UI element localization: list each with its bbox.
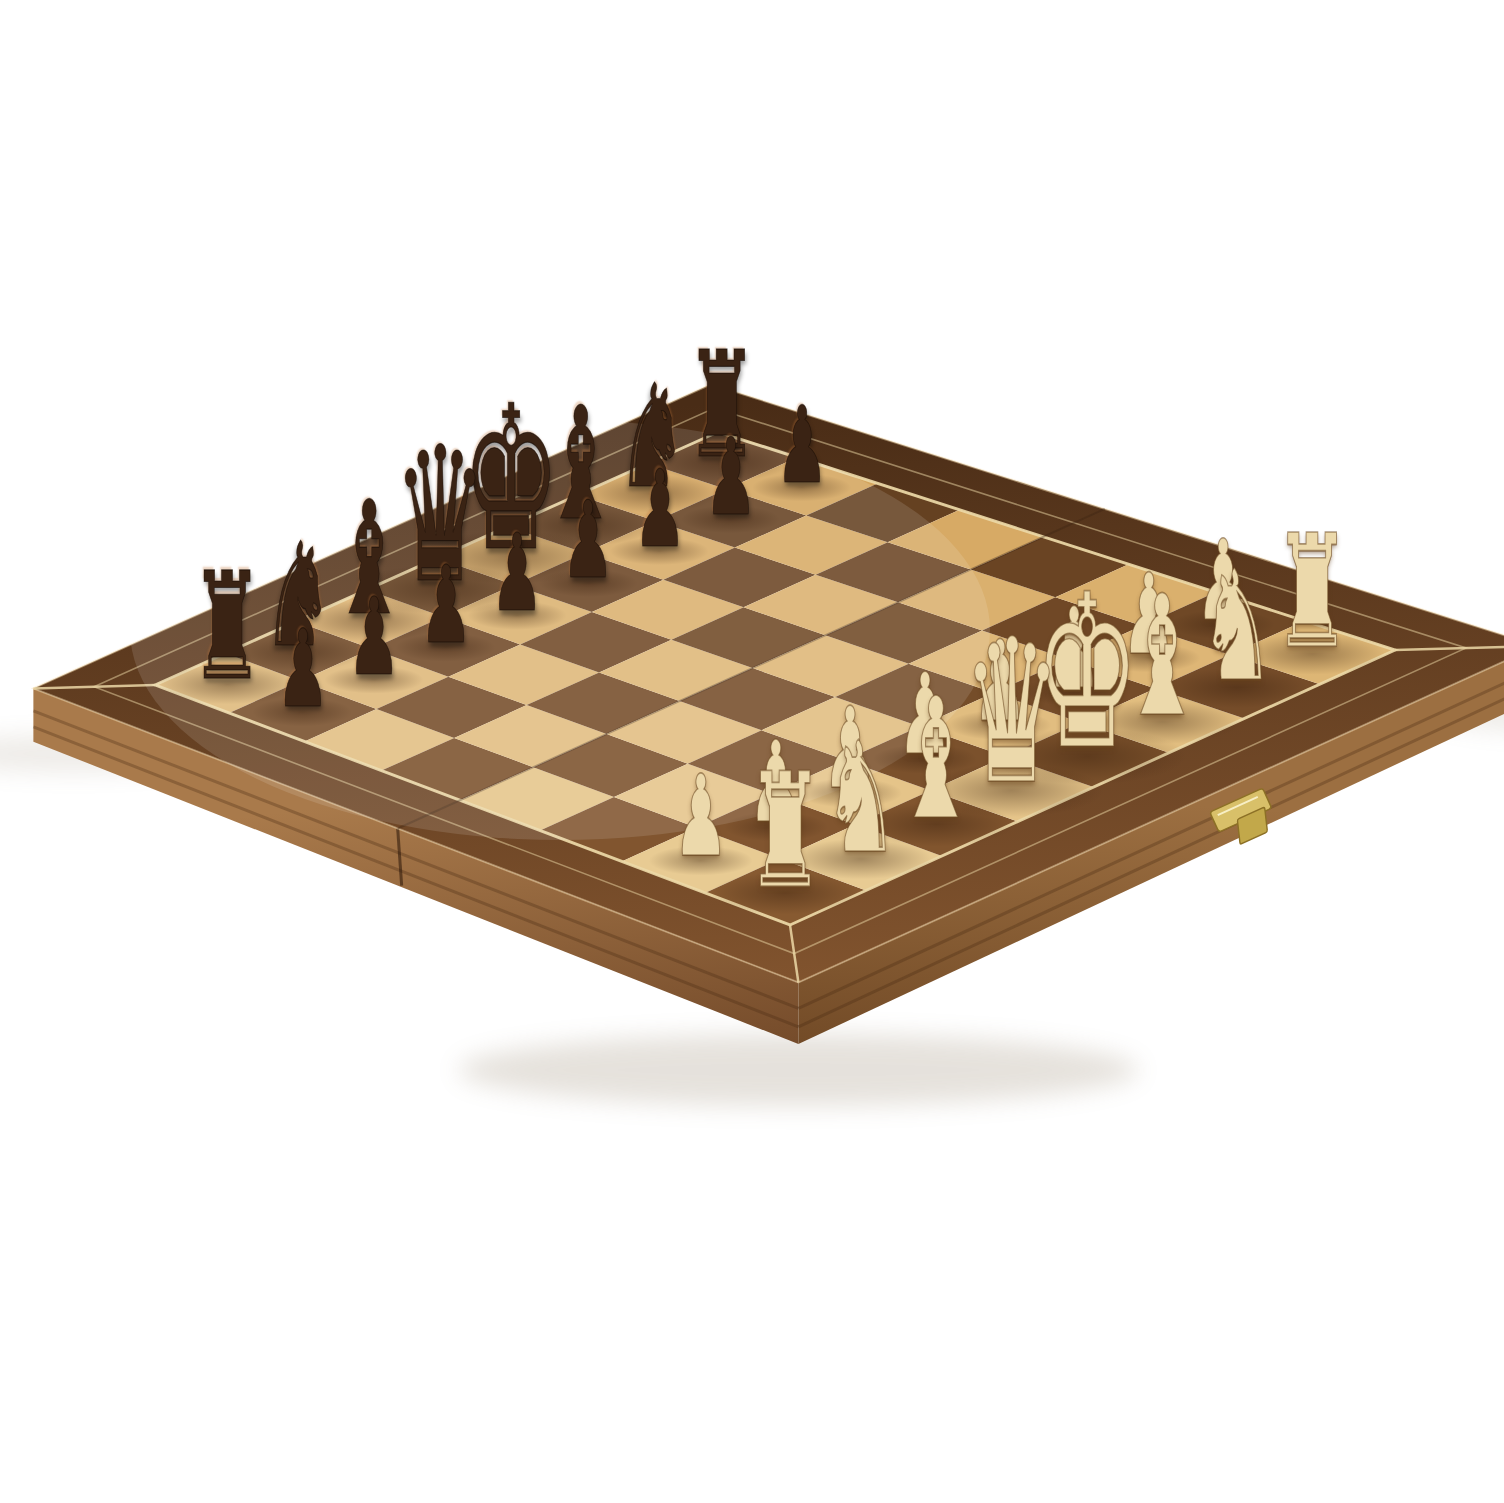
piece-glyph: ♟ bbox=[562, 488, 615, 595]
ground-shadow bbox=[458, 1034, 1138, 1106]
chess-set-photo: ♜♞♝♛♚♝♞♜♟♟♟♟♟♟♟♟♟♟♟♟♟♟♟♟♜♞♝♛♚♝♞♜ bbox=[0, 0, 1504, 1503]
piece-glyph: ♟ bbox=[419, 552, 472, 659]
piece-black-pawn-a7[interactable]: ♟ bbox=[260, 627, 346, 723]
piece-glyph: ♟ bbox=[704, 424, 757, 531]
piece-glyph: ♟ bbox=[347, 584, 400, 691]
white-backdrop: { "game": "chess", "scene": { "type": "p… bbox=[0, 0, 1504, 1503]
piece-glyph: ♟ bbox=[490, 520, 543, 627]
piece-glyph: ♜ bbox=[191, 552, 265, 700]
piece-glyph: ♟ bbox=[633, 456, 686, 563]
piece-glyph: ♟ bbox=[673, 761, 729, 873]
piece-white-rook-a1[interactable]: ♜ bbox=[722, 767, 849, 908]
piece-glyph: ♟ bbox=[775, 393, 828, 499]
piece-glyph: ♟ bbox=[276, 616, 329, 723]
piece-glyph: ♜ bbox=[746, 752, 825, 910]
